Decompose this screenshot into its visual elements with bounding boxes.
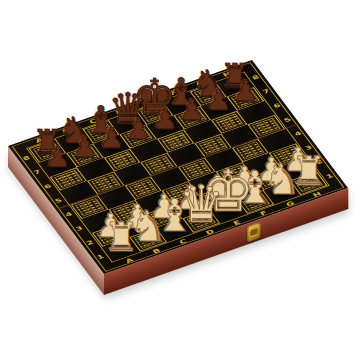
- rank-label-right-6: 6: [272, 102, 282, 109]
- piece-black-pawn-b7[interactable]: ♟: [72, 134, 98, 163]
- piece-black-pawn-a7[interactable]: ♟: [45, 143, 71, 172]
- rank-label-right-4: 4: [293, 130, 303, 137]
- rank-label-left-3: 3: [74, 225, 84, 232]
- piece-black-pawn-d7[interactable]: ♟: [125, 115, 151, 144]
- rank-label-left-4: 4: [64, 211, 74, 218]
- piece-black-pawn-h7[interactable]: ♟: [232, 77, 258, 106]
- rank-label-left-6: 6: [43, 183, 53, 190]
- rank-label-left-5: 5: [53, 197, 63, 204]
- rank-label-left-8: 8: [22, 155, 32, 162]
- chess-set-photo: 1122334455667788AABBCCDDEEFFGGHH ♜♞♝♛♚♝♞…: [0, 0, 360, 360]
- piece-black-pawn-e7[interactable]: ♟: [152, 105, 178, 134]
- rank-label-right-7: 7: [261, 88, 271, 95]
- piece-white-rook-a1[interactable]: ♜: [103, 217, 139, 257]
- piece-black-pawn-g7[interactable]: ♟: [206, 86, 232, 115]
- rank-label-left-7: 7: [32, 169, 42, 176]
- piece-black-pawn-c7[interactable]: ♟: [98, 124, 124, 153]
- rank-label-left-2: 2: [85, 239, 95, 246]
- rank-label-right-5: 5: [282, 116, 292, 123]
- piece-black-pawn-f7[interactable]: ♟: [179, 96, 205, 125]
